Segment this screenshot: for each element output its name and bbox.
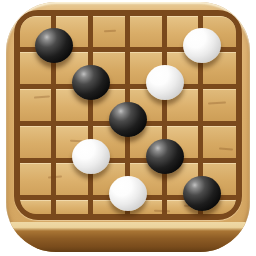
white-stone <box>183 28 221 63</box>
gomoku-app-icon[interactable] <box>6 2 250 252</box>
black-stone <box>35 28 73 63</box>
white-stone <box>72 139 110 174</box>
black-stone <box>183 176 221 211</box>
white-stone <box>146 65 184 100</box>
black-stone <box>109 102 147 137</box>
stones-layer <box>6 2 250 252</box>
black-stone <box>72 65 110 100</box>
black-stone <box>146 139 184 174</box>
white-stone <box>109 176 147 211</box>
